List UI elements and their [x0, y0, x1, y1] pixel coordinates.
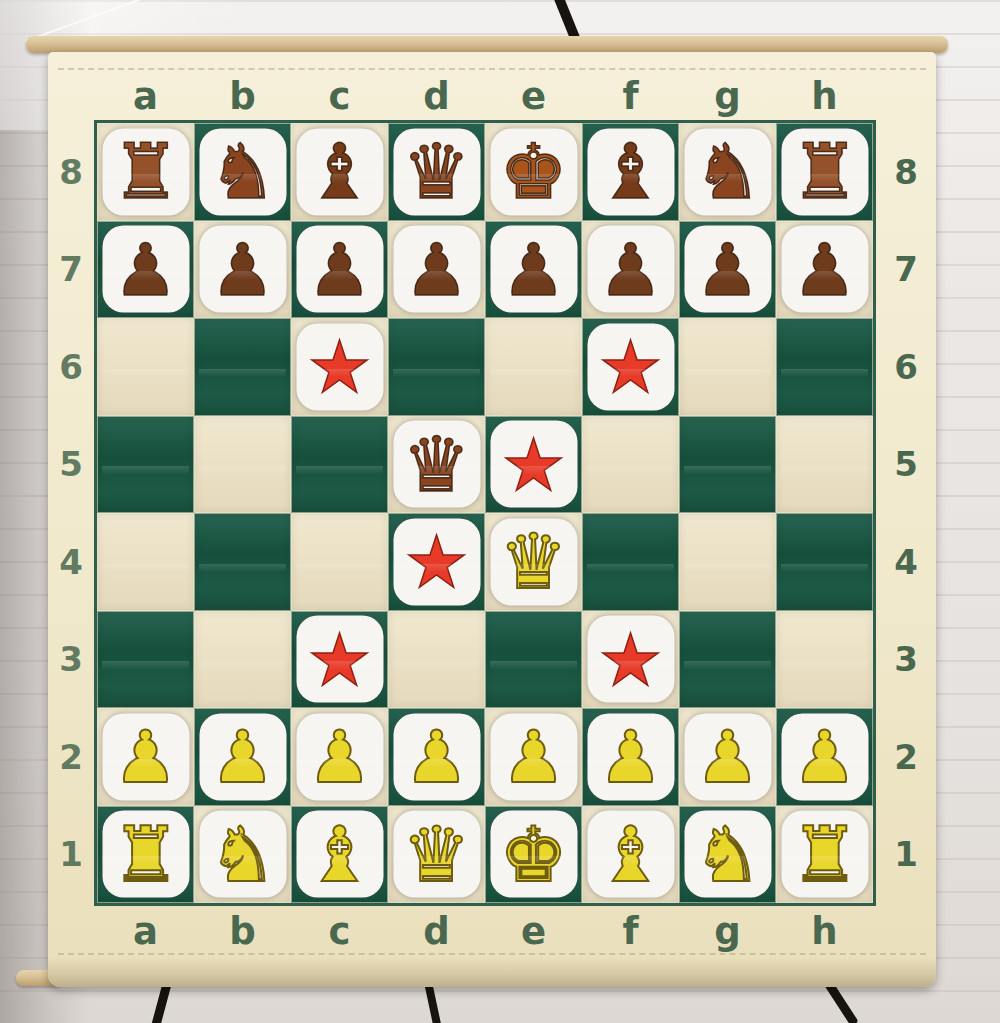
- black-pawn: ♟: [307, 233, 372, 305]
- piece-card-f7[interactable]: ♟: [587, 226, 674, 313]
- piece-card-c6[interactable]: ★: [296, 323, 383, 410]
- square-e6[interactable]: [485, 318, 582, 416]
- file-label-bottom-f: f: [582, 906, 679, 956]
- square-e4[interactable]: ♛: [485, 513, 582, 611]
- file-label-bottom-e: e: [485, 906, 582, 956]
- white-knight: ♞: [208, 816, 276, 892]
- square-g2[interactable]: ♟: [679, 708, 776, 806]
- white-pawn: ♟: [210, 721, 275, 793]
- black-knight: ♞: [693, 134, 761, 210]
- stitch-line-bottom: [58, 953, 926, 955]
- piece-card-d2[interactable]: ♟: [393, 713, 480, 800]
- white-queen: ♛: [402, 816, 470, 892]
- black-queen: ♛: [402, 134, 470, 210]
- piece-card-c3[interactable]: ★: [296, 616, 383, 703]
- square-a2[interactable]: ♟: [97, 708, 194, 806]
- piece-card-f1[interactable]: ♝: [587, 811, 674, 898]
- square-f2[interactable]: ♟: [582, 708, 679, 806]
- square-a5[interactable]: [97, 416, 194, 514]
- square-g8[interactable]: ♞: [679, 123, 776, 221]
- rank-label-left-2: 2: [48, 708, 94, 806]
- square-h8[interactable]: ♜: [776, 123, 873, 221]
- file-label-top-e: e: [485, 72, 582, 120]
- piece-card-h2[interactable]: ♟: [781, 713, 868, 800]
- square-d2[interactable]: ♟: [388, 708, 485, 806]
- white-king: ♚: [499, 816, 567, 892]
- white-pawn: ♟: [307, 721, 372, 793]
- piece-card-e7[interactable]: ♟: [490, 226, 577, 313]
- chess-board: ♜♞♝♛♚♝♞♜♟♟♟♟♟♟♟♟★★♛★★♛★★♟♟♟♟♟♟♟♟♜♞♝♛♚♝♞♜: [94, 120, 876, 906]
- square-c2[interactable]: ♟: [291, 708, 388, 806]
- star-marker: ★: [598, 331, 663, 403]
- white-bishop: ♝: [305, 816, 373, 892]
- top-hanging-rod: [26, 36, 948, 53]
- square-b2[interactable]: ♟: [194, 708, 291, 806]
- square-e2[interactable]: ♟: [485, 708, 582, 806]
- piece-card-g7[interactable]: ♟: [684, 226, 771, 313]
- star-marker: ★: [307, 331, 372, 403]
- square-b7[interactable]: ♟: [194, 221, 291, 319]
- piece-card-a7[interactable]: ♟: [102, 226, 189, 313]
- piece-card-f8[interactable]: ♝: [587, 128, 674, 215]
- file-label-bottom-c: c: [291, 906, 388, 956]
- piece-card-e2[interactable]: ♟: [490, 713, 577, 800]
- rank-label-left-5: 5: [48, 416, 94, 514]
- square-g5[interactable]: [679, 416, 776, 514]
- square-h5[interactable]: [776, 416, 873, 514]
- square-g6[interactable]: [679, 318, 776, 416]
- file-labels-top: abcdefgh: [97, 72, 873, 120]
- rank-labels-left: 87654321: [48, 123, 94, 903]
- file-label-top-c: c: [291, 72, 388, 120]
- square-e5[interactable]: ★: [485, 416, 582, 514]
- piece-card-f6[interactable]: ★: [587, 323, 674, 410]
- piece-card-c1[interactable]: ♝: [296, 811, 383, 898]
- square-d4[interactable]: ★: [388, 513, 485, 611]
- square-d7[interactable]: ♟: [388, 221, 485, 319]
- square-b4[interactable]: [194, 513, 291, 611]
- piece-card-e1[interactable]: ♚: [490, 811, 577, 898]
- star-marker: ★: [307, 623, 372, 695]
- square-f7[interactable]: ♟: [582, 221, 679, 319]
- piece-card-b1[interactable]: ♞: [199, 811, 286, 898]
- piece-card-f3[interactable]: ★: [587, 616, 674, 703]
- square-b1[interactable]: ♞: [194, 806, 291, 904]
- rank-label-right-7: 7: [876, 221, 936, 319]
- square-g3[interactable]: [679, 611, 776, 709]
- square-f5[interactable]: [582, 416, 679, 514]
- piece-card-b8[interactable]: ♞: [199, 128, 286, 215]
- piece-card-f2[interactable]: ♟: [587, 713, 674, 800]
- square-b3[interactable]: [194, 611, 291, 709]
- star-marker: ★: [404, 526, 469, 598]
- black-bishop: ♝: [596, 134, 664, 210]
- square-f8[interactable]: ♝: [582, 123, 679, 221]
- white-pawn: ♟: [695, 721, 760, 793]
- piece-card-a8[interactable]: ♜: [102, 128, 189, 215]
- square-c6[interactable]: ★: [291, 318, 388, 416]
- square-c4[interactable]: [291, 513, 388, 611]
- white-rook: ♜: [790, 816, 858, 892]
- scene: abcdefgh 87654321 ♜♞♝♛♚♝♞♜♟♟♟♟♟♟♟♟★★♛★★♛…: [0, 0, 1000, 1023]
- black-queen: ♛: [402, 426, 470, 502]
- square-g1[interactable]: ♞: [679, 806, 776, 904]
- square-c1[interactable]: ♝: [291, 806, 388, 904]
- stitch-line-top: [58, 68, 926, 70]
- square-h1[interactable]: ♜: [776, 806, 873, 904]
- piece-card-d4[interactable]: ★: [393, 518, 480, 605]
- file-label-bottom-b: b: [194, 906, 291, 956]
- piece-card-d8[interactable]: ♛: [393, 128, 480, 215]
- piece-card-d5[interactable]: ♛: [393, 421, 480, 508]
- piece-card-c8[interactable]: ♝: [296, 128, 383, 215]
- piece-card-g1[interactable]: ♞: [684, 811, 771, 898]
- black-bishop: ♝: [305, 134, 373, 210]
- rank-label-right-3: 3: [876, 611, 936, 709]
- rank-label-right-5: 5: [876, 416, 936, 514]
- piece-card-e8[interactable]: ♚: [490, 128, 577, 215]
- piece-card-h8[interactable]: ♜: [781, 128, 868, 215]
- square-d1[interactable]: ♛: [388, 806, 485, 904]
- rank-label-left-4: 4: [48, 513, 94, 611]
- white-pawn: ♟: [404, 721, 469, 793]
- square-a4[interactable]: [97, 513, 194, 611]
- rank-label-right-4: 4: [876, 513, 936, 611]
- file-labels-bottom: abcdefgh: [97, 906, 873, 956]
- black-pawn: ♟: [598, 233, 663, 305]
- piece-card-e5[interactable]: ★: [490, 421, 577, 508]
- square-c5[interactable]: [291, 416, 388, 514]
- square-d5[interactable]: ♛: [388, 416, 485, 514]
- square-h7[interactable]: ♟: [776, 221, 873, 319]
- piece-card-a1[interactable]: ♜: [102, 811, 189, 898]
- piece-card-e4[interactable]: ♛: [490, 518, 577, 605]
- black-pawn: ♟: [210, 233, 275, 305]
- piece-card-b2[interactable]: ♟: [199, 713, 286, 800]
- square-b6[interactable]: [194, 318, 291, 416]
- white-bishop: ♝: [596, 816, 664, 892]
- square-g4[interactable]: [679, 513, 776, 611]
- square-d6[interactable]: [388, 318, 485, 416]
- black-king: ♚: [499, 134, 567, 210]
- piece-card-h7[interactable]: ♟: [781, 226, 868, 313]
- square-e1[interactable]: ♚: [485, 806, 582, 904]
- rank-label-right-2: 2: [876, 708, 936, 806]
- demo-board-banner: abcdefgh 87654321 ♜♞♝♛♚♝♞♜♟♟♟♟♟♟♟♟★★♛★★♛…: [48, 52, 936, 987]
- square-f6[interactable]: ★: [582, 318, 679, 416]
- black-pawn: ♟: [113, 233, 178, 305]
- rank-label-left-8: 8: [48, 123, 94, 221]
- rank-label-left-1: 1: [48, 806, 94, 904]
- piece-card-g8[interactable]: ♞: [684, 128, 771, 215]
- black-pawn: ♟: [501, 233, 566, 305]
- file-label-top-a: a: [97, 72, 194, 120]
- black-pawn: ♟: [695, 233, 760, 305]
- black-pawn: ♟: [404, 233, 469, 305]
- square-h2[interactable]: ♟: [776, 708, 873, 806]
- piece-card-h1[interactable]: ♜: [781, 811, 868, 898]
- piece-card-a2[interactable]: ♟: [102, 713, 189, 800]
- file-label-top-b: b: [194, 72, 291, 120]
- file-label-top-d: d: [388, 72, 485, 120]
- square-c3[interactable]: ★: [291, 611, 388, 709]
- square-f3[interactable]: ★: [582, 611, 679, 709]
- square-d8[interactable]: ♛: [388, 123, 485, 221]
- white-rook: ♜: [111, 816, 179, 892]
- file-label-bottom-a: a: [97, 906, 194, 956]
- rank-label-right-6: 6: [876, 318, 936, 416]
- rank-label-right-8: 8: [876, 123, 936, 221]
- white-queen: ♛: [499, 524, 567, 600]
- square-b8[interactable]: ♞: [194, 123, 291, 221]
- white-pawn: ♟: [598, 721, 663, 793]
- square-g7[interactable]: ♟: [679, 221, 776, 319]
- square-b5[interactable]: [194, 416, 291, 514]
- piece-card-b7[interactable]: ♟: [199, 226, 286, 313]
- file-label-bottom-d: d: [388, 906, 485, 956]
- black-pawn: ♟: [792, 233, 857, 305]
- file-label-top-f: f: [582, 72, 679, 120]
- piece-card-g2[interactable]: ♟: [684, 713, 771, 800]
- square-c8[interactable]: ♝: [291, 123, 388, 221]
- square-h4[interactable]: [776, 513, 873, 611]
- piece-card-c2[interactable]: ♟: [296, 713, 383, 800]
- square-e3[interactable]: [485, 611, 582, 709]
- rank-labels-right: 87654321: [876, 123, 936, 903]
- rank-label-left-7: 7: [48, 221, 94, 319]
- square-h6[interactable]: [776, 318, 873, 416]
- white-pawn: ♟: [501, 721, 566, 793]
- square-f1[interactable]: ♝: [582, 806, 679, 904]
- star-marker: ★: [598, 623, 663, 695]
- file-label-top-g: g: [679, 72, 776, 120]
- black-knight: ♞: [208, 134, 276, 210]
- rank-label-right-1: 1: [876, 806, 936, 904]
- piece-card-c7[interactable]: ♟: [296, 226, 383, 313]
- piece-card-d7[interactable]: ♟: [393, 226, 480, 313]
- square-h3[interactable]: [776, 611, 873, 709]
- file-label-top-h: h: [776, 72, 873, 120]
- file-label-bottom-g: g: [679, 906, 776, 956]
- banner-bottom-roll: [48, 957, 936, 987]
- file-label-bottom-h: h: [776, 906, 873, 956]
- square-e7[interactable]: ♟: [485, 221, 582, 319]
- white-pawn: ♟: [792, 721, 857, 793]
- star-marker: ★: [501, 428, 566, 500]
- rank-label-left-6: 6: [48, 318, 94, 416]
- square-f4[interactable]: [582, 513, 679, 611]
- square-d3[interactable]: [388, 611, 485, 709]
- square-c7[interactable]: ♟: [291, 221, 388, 319]
- white-knight: ♞: [693, 816, 761, 892]
- rank-label-left-3: 3: [48, 611, 94, 709]
- black-rook: ♜: [790, 134, 858, 210]
- square-a6[interactable]: [97, 318, 194, 416]
- square-a8[interactable]: ♜: [97, 123, 194, 221]
- square-e8[interactable]: ♚: [485, 123, 582, 221]
- piece-card-d1[interactable]: ♛: [393, 811, 480, 898]
- square-a3[interactable]: [97, 611, 194, 709]
- square-a1[interactable]: ♜: [97, 806, 194, 904]
- square-a7[interactable]: ♟: [97, 221, 194, 319]
- black-rook: ♜: [111, 134, 179, 210]
- white-pawn: ♟: [113, 721, 178, 793]
